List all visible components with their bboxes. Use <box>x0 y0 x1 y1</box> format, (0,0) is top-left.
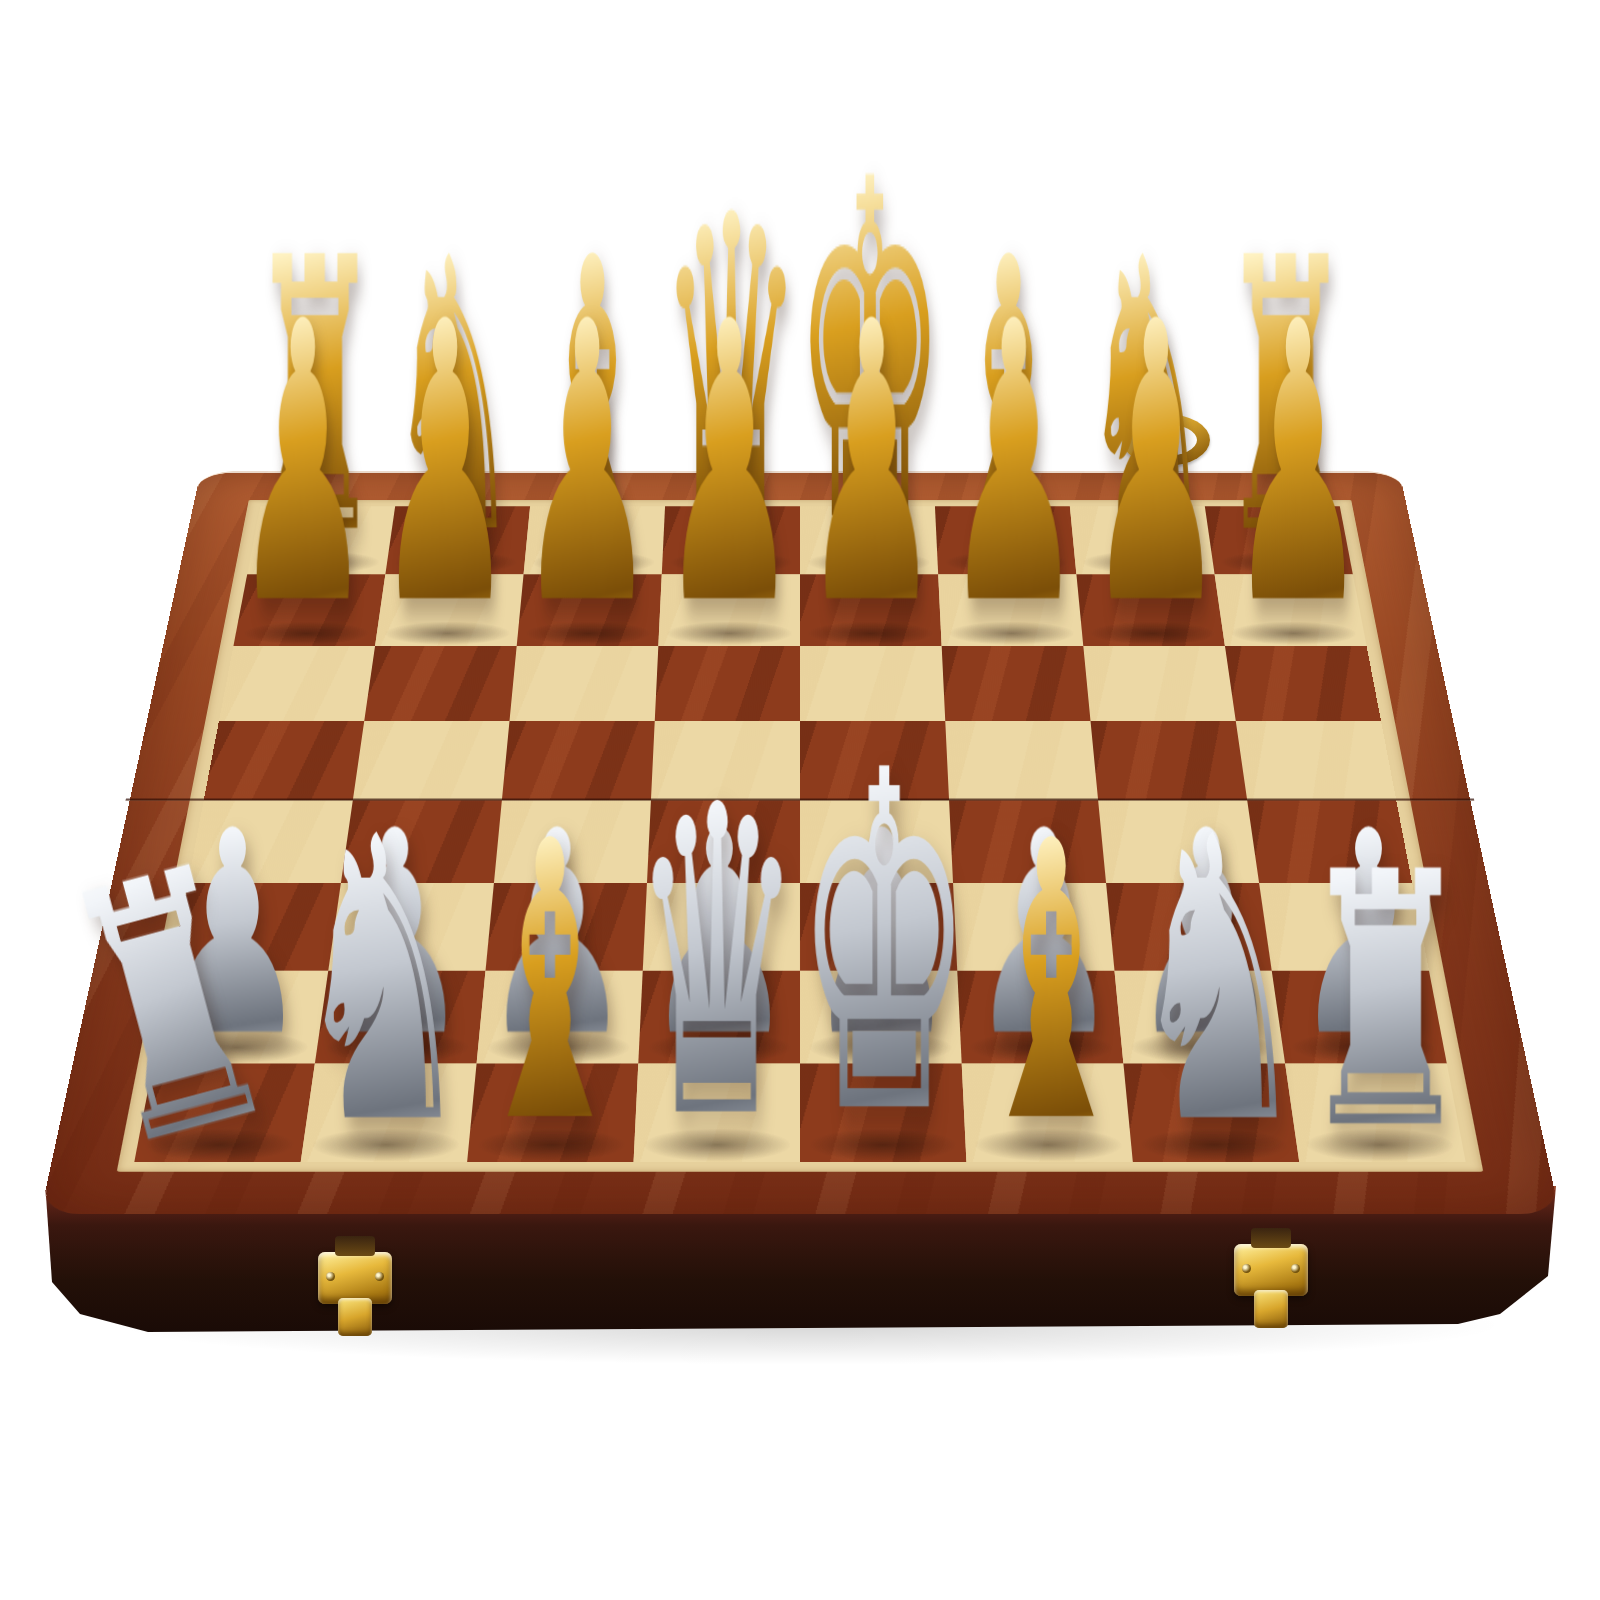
square-d7[interactable]: ♟ <box>658 574 800 645</box>
piece-white-bishop[interactable]: ♝ <box>468 793 630 1177</box>
piece-black-pawn[interactable]: ♟ <box>660 272 798 658</box>
square-f7[interactable]: ♟ <box>938 574 1083 645</box>
square-b1[interactable]: ♞ <box>301 1064 477 1162</box>
latch-screw <box>375 1272 384 1281</box>
square-b7[interactable]: ♟ <box>375 574 524 645</box>
piece-black-pawn[interactable]: ♟ <box>1086 272 1224 658</box>
piece-white-rook[interactable]: ♜ <box>1297 827 1474 1177</box>
latch-screw <box>1291 1264 1300 1273</box>
square-a7[interactable]: ♟ <box>233 574 385 645</box>
front-latch-left <box>318 1252 392 1304</box>
square-c7[interactable]: ♟ <box>517 574 662 645</box>
piece-white-knight[interactable]: ♞ <box>1127 787 1308 1178</box>
piece-white-queen[interactable]: ♛ <box>631 751 802 1177</box>
piece-black-pawn[interactable]: ♟ <box>233 272 371 658</box>
square-c1[interactable]: ♝ <box>467 1064 638 1162</box>
board-frame: ♜♞♝♛♚♝♞♜♟♟♟♟♟♟♟♟♟♟♟♟♟♟♟♟♜♞♝♛♚♝♞♜ <box>40 471 1559 1214</box>
latch-screw <box>1242 1264 1251 1273</box>
square-g7[interactable]: ♟ <box>1076 574 1225 645</box>
square-h7[interactable]: ♟ <box>1215 574 1367 645</box>
piece-white-king[interactable]: ♚ <box>795 711 973 1178</box>
chess-board-3d-wrap: ♜♞♝♛♚♝♞♜♟♟♟♟♟♟♟♟♟♟♟♟♟♟♟♟♜♞♝♛♚♝♞♜ <box>40 471 1559 1214</box>
piece-black-pawn[interactable]: ♟ <box>944 272 1082 658</box>
square-d1[interactable]: ♛ <box>634 1064 800 1162</box>
front-latch-right <box>1234 1244 1308 1296</box>
square-g1[interactable]: ♞ <box>1123 1064 1299 1162</box>
latch-screw <box>326 1272 335 1281</box>
photo-stage: ♜♞♝♛♚♝♞♜♟♟♟♟♟♟♟♟♟♟♟♟♟♟♟♟♜♞♝♛♚♝♞♜ <box>0 0 1600 1600</box>
chess-board: ♜♞♝♛♚♝♞♜♟♟♟♟♟♟♟♟♟♟♟♟♟♟♟♟♜♞♝♛♚♝♞♜ <box>134 506 1465 1162</box>
square-a1[interactable]: ♜ <box>134 1064 315 1162</box>
square-h1[interactable]: ♜ <box>1285 1064 1466 1162</box>
piece-black-pawn[interactable]: ♟ <box>802 272 940 658</box>
square-e1[interactable]: ♚ <box>800 1064 966 1162</box>
piece-black-pawn[interactable]: ♟ <box>375 272 513 658</box>
square-f1[interactable]: ♝ <box>962 1064 1133 1162</box>
square-e7[interactable]: ♟ <box>800 574 942 645</box>
piece-black-pawn[interactable]: ♟ <box>518 272 656 658</box>
piece-white-knight[interactable]: ♞ <box>291 787 472 1178</box>
piece-black-pawn[interactable]: ♟ <box>1229 272 1367 658</box>
piece-white-bishop[interactable]: ♝ <box>969 793 1131 1177</box>
